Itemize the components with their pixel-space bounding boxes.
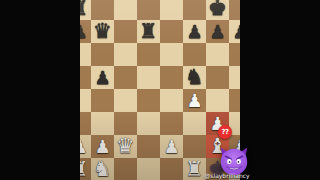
square-f2 <box>183 135 206 158</box>
square-b4 <box>91 89 114 112</box>
square-c3 <box>114 112 137 135</box>
square-d7: ♜ <box>137 20 160 43</box>
chess-board: ♜♚♟♛♜♟♟♟♟♞♟♟♟♟♛♟♝♟♜♞♜♚ <box>80 0 240 180</box>
square-b1: ♞ <box>91 158 114 180</box>
square-e8 <box>160 0 183 20</box>
square-d8 <box>137 0 160 20</box>
square-f3 <box>183 112 206 135</box>
blunder-badge: ?? <box>218 125 232 139</box>
square-e1 <box>160 158 183 180</box>
square-d4 <box>137 89 160 112</box>
square-f8 <box>183 0 206 20</box>
square-b2: ♟ <box>91 135 114 158</box>
square-c1 <box>114 158 137 180</box>
square-c8 <box>114 0 137 20</box>
square-a8: ♜ <box>80 0 91 20</box>
square-b7: ♛ <box>91 20 114 43</box>
square-e4 <box>160 89 183 112</box>
square-b5: ♟ <box>91 66 114 89</box>
square-d3 <box>137 112 160 135</box>
square-h7: ♟ <box>229 20 240 43</box>
piece-white-pawn-f4: ♟ <box>183 89 206 112</box>
video-frame: ♜♚♟♛♜♟♟♟♟♞♟♟♟♟♛♟♝♟♜♞♜♚ ?? @slaybrillianc… <box>0 0 320 180</box>
square-a7: ♟ <box>80 20 91 43</box>
square-c5 <box>114 66 137 89</box>
square-f6 <box>183 43 206 66</box>
square-h8 <box>229 0 240 20</box>
piece-white-rook-a1: ♜ <box>80 158 91 180</box>
blunder-badge-label: ?? <box>221 129 228 136</box>
piece-white-pawn-a2: ♟ <box>80 135 91 158</box>
square-e5 <box>160 66 183 89</box>
square-h5 <box>229 66 240 89</box>
square-e3 <box>160 112 183 135</box>
square-a2: ♟ <box>80 135 91 158</box>
square-a3 <box>80 112 91 135</box>
square-b8 <box>91 0 114 20</box>
square-a4 <box>80 89 91 112</box>
square-a5 <box>80 66 91 89</box>
square-c7 <box>114 20 137 43</box>
piece-white-pawn-b2: ♟ <box>91 135 114 158</box>
square-f7: ♟ <box>183 20 206 43</box>
square-h6 <box>229 43 240 66</box>
square-f5: ♞ <box>183 66 206 89</box>
letterbox-left <box>0 0 80 180</box>
piece-black-pawn-f7: ♟ <box>183 20 206 43</box>
piece-black-pawn-g7: ♟ <box>206 20 229 43</box>
square-e2: ♟ <box>160 135 183 158</box>
square-a1: ♜ <box>80 158 91 180</box>
square-c4 <box>114 89 137 112</box>
piece-white-queen-c2: ♛ <box>114 135 137 158</box>
watermark-handle: @slaybrilliancy <box>203 172 251 179</box>
piece-black-rook-a8: ♜ <box>80 0 91 20</box>
square-g4 <box>206 89 229 112</box>
piece-white-knight-b1: ♞ <box>91 158 114 180</box>
piece-black-pawn-b5: ♟ <box>91 66 114 89</box>
square-b3 <box>91 112 114 135</box>
square-d6 <box>137 43 160 66</box>
square-e6 <box>160 43 183 66</box>
square-f4: ♟ <box>183 89 206 112</box>
square-g7: ♟ <box>206 20 229 43</box>
piece-black-pawn-a7: ♟ <box>80 20 91 43</box>
square-c2: ♛ <box>114 135 137 158</box>
square-d2 <box>137 135 160 158</box>
piece-black-pawn-h7: ♟ <box>229 20 240 43</box>
square-h4 <box>229 89 240 112</box>
piece-black-rook-d7: ♜ <box>137 20 160 43</box>
square-d5 <box>137 66 160 89</box>
piece-black-knight-f5: ♞ <box>183 66 206 89</box>
square-e7 <box>160 20 183 43</box>
square-g6 <box>206 43 229 66</box>
square-d1 <box>137 158 160 180</box>
piece-black-queen-b7: ♛ <box>91 20 114 43</box>
square-c6 <box>114 43 137 66</box>
square-b6 <box>91 43 114 66</box>
square-g5 <box>206 66 229 89</box>
letterbox-right <box>240 0 320 180</box>
chess-video-area: ♜♚♟♛♜♟♟♟♟♞♟♟♟♟♛♟♝♟♜♞♜♚ <box>80 0 240 180</box>
square-g8: ♚ <box>206 0 229 20</box>
piece-white-pawn-e2: ♟ <box>160 135 183 158</box>
piece-black-king-g8: ♚ <box>206 0 229 20</box>
square-a6 <box>80 43 91 66</box>
